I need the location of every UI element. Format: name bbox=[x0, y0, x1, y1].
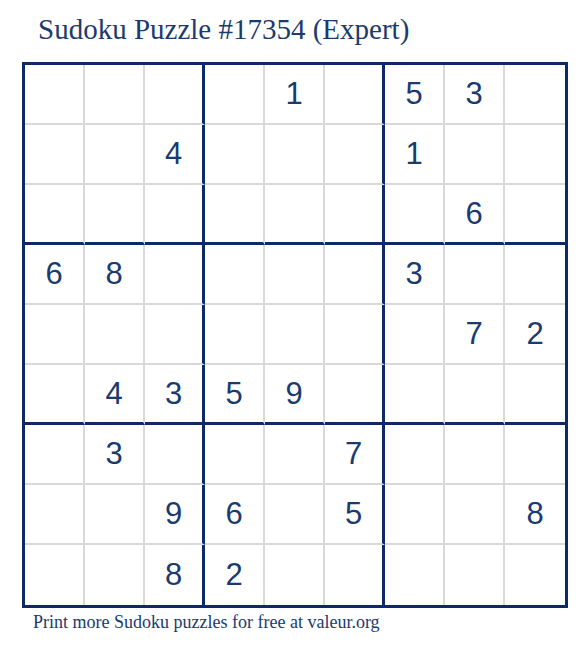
cell-r6c9[interactable] bbox=[505, 365, 565, 425]
cell-r7c1[interactable] bbox=[25, 425, 85, 485]
cell-r9c1[interactable] bbox=[25, 545, 85, 605]
cell-r7c8[interactable] bbox=[445, 425, 505, 485]
cell-r3c7[interactable] bbox=[385, 185, 445, 245]
cell-r8c7[interactable] bbox=[385, 485, 445, 545]
cell-r5c3[interactable] bbox=[145, 305, 205, 365]
cell-r6c7[interactable] bbox=[385, 365, 445, 425]
cell-r2c7[interactable]: 1 bbox=[385, 125, 445, 185]
cell-r9c2[interactable] bbox=[85, 545, 145, 605]
cell-r6c5[interactable]: 9 bbox=[265, 365, 325, 425]
cell-r4c8[interactable] bbox=[445, 245, 505, 305]
cell-r8c4[interactable]: 6 bbox=[205, 485, 265, 545]
cell-r8c9[interactable]: 8 bbox=[505, 485, 565, 545]
cell-r9c9[interactable] bbox=[505, 545, 565, 605]
cell-r7c5[interactable] bbox=[265, 425, 325, 485]
cell-r5c1[interactable] bbox=[25, 305, 85, 365]
cell-r2c2[interactable] bbox=[85, 125, 145, 185]
cell-r1c4[interactable] bbox=[205, 65, 265, 125]
cell-r5c7[interactable] bbox=[385, 305, 445, 365]
cell-r4c4[interactable] bbox=[205, 245, 265, 305]
cell-r2c5[interactable] bbox=[265, 125, 325, 185]
cell-r7c7[interactable] bbox=[385, 425, 445, 485]
cell-r8c2[interactable] bbox=[85, 485, 145, 545]
cell-r8c6[interactable]: 5 bbox=[325, 485, 385, 545]
cell-r4c9[interactable] bbox=[505, 245, 565, 305]
cell-r6c8[interactable] bbox=[445, 365, 505, 425]
cell-r4c6[interactable] bbox=[325, 245, 385, 305]
cell-r4c1[interactable]: 6 bbox=[25, 245, 85, 305]
cell-r9c4[interactable]: 2 bbox=[205, 545, 265, 605]
cell-r1c6[interactable] bbox=[325, 65, 385, 125]
cell-r2c6[interactable] bbox=[325, 125, 385, 185]
cell-r2c9[interactable] bbox=[505, 125, 565, 185]
cell-r5c5[interactable] bbox=[265, 305, 325, 365]
cell-r8c3[interactable]: 9 bbox=[145, 485, 205, 545]
cell-r8c8[interactable] bbox=[445, 485, 505, 545]
cell-r5c8[interactable]: 7 bbox=[445, 305, 505, 365]
cell-r1c9[interactable] bbox=[505, 65, 565, 125]
cell-r4c2[interactable]: 8 bbox=[85, 245, 145, 305]
cell-r4c3[interactable] bbox=[145, 245, 205, 305]
cell-r6c4[interactable]: 5 bbox=[205, 365, 265, 425]
cell-r5c2[interactable] bbox=[85, 305, 145, 365]
cell-r1c5[interactable]: 1 bbox=[265, 65, 325, 125]
footer-text: Print more Sudoku puzzles for free at va… bbox=[33, 612, 380, 633]
cell-r3c9[interactable] bbox=[505, 185, 565, 245]
cell-r9c8[interactable] bbox=[445, 545, 505, 605]
cell-r2c1[interactable] bbox=[25, 125, 85, 185]
cell-r5c9[interactable]: 2 bbox=[505, 305, 565, 365]
sudoku-board: 15341668372435937965882 bbox=[22, 62, 568, 608]
cell-r2c8[interactable] bbox=[445, 125, 505, 185]
cell-r6c6[interactable] bbox=[325, 365, 385, 425]
page-title: Sudoku Puzzle #17354 (Expert) bbox=[38, 13, 409, 46]
cell-r6c3[interactable]: 3 bbox=[145, 365, 205, 425]
cell-r9c6[interactable] bbox=[325, 545, 385, 605]
cell-r3c3[interactable] bbox=[145, 185, 205, 245]
cell-r3c5[interactable] bbox=[265, 185, 325, 245]
cell-r5c4[interactable] bbox=[205, 305, 265, 365]
cell-r7c3[interactable] bbox=[145, 425, 205, 485]
cell-r1c1[interactable] bbox=[25, 65, 85, 125]
cell-r4c7[interactable]: 3 bbox=[385, 245, 445, 305]
cell-r6c1[interactable] bbox=[25, 365, 85, 425]
cell-r1c7[interactable]: 5 bbox=[385, 65, 445, 125]
cell-r3c6[interactable] bbox=[325, 185, 385, 245]
cell-r9c5[interactable] bbox=[265, 545, 325, 605]
cell-r7c6[interactable]: 7 bbox=[325, 425, 385, 485]
cell-r3c8[interactable]: 6 bbox=[445, 185, 505, 245]
cell-r2c4[interactable] bbox=[205, 125, 265, 185]
cell-r8c1[interactable] bbox=[25, 485, 85, 545]
cell-r1c2[interactable] bbox=[85, 65, 145, 125]
cell-r9c7[interactable] bbox=[385, 545, 445, 605]
cell-r5c6[interactable] bbox=[325, 305, 385, 365]
cell-r1c8[interactable]: 3 bbox=[445, 65, 505, 125]
cell-r8c5[interactable] bbox=[265, 485, 325, 545]
cell-r7c4[interactable] bbox=[205, 425, 265, 485]
cell-r9c3[interactable]: 8 bbox=[145, 545, 205, 605]
cell-r3c2[interactable] bbox=[85, 185, 145, 245]
cell-r3c4[interactable] bbox=[205, 185, 265, 245]
cell-r7c2[interactable]: 3 bbox=[85, 425, 145, 485]
cell-r6c2[interactable]: 4 bbox=[85, 365, 145, 425]
cell-r2c3[interactable]: 4 bbox=[145, 125, 205, 185]
cell-r3c1[interactable] bbox=[25, 185, 85, 245]
cell-r7c9[interactable] bbox=[505, 425, 565, 485]
cell-r1c3[interactable] bbox=[145, 65, 205, 125]
cell-r4c5[interactable] bbox=[265, 245, 325, 305]
